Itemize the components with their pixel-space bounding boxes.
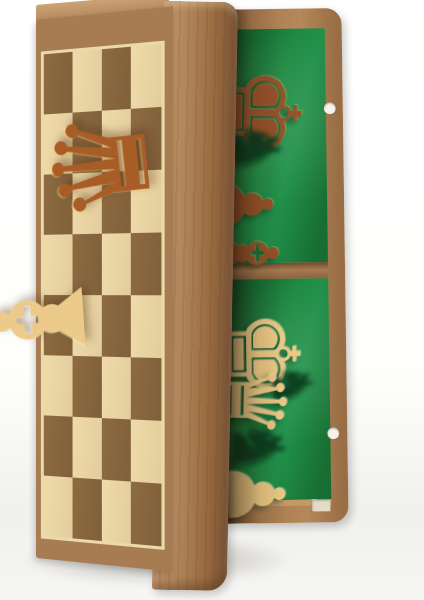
magnet-hole-2 — [327, 427, 339, 439]
latch-notch — [311, 499, 330, 511]
board-square — [101, 480, 131, 544]
board-square — [131, 419, 161, 483]
chess-set-photo: ♚♞♟♝♚♞♛♞♟ ♛♝ — [0, 0, 424, 600]
board-square — [44, 476, 72, 539]
board-square — [131, 44, 161, 109]
board-square — [72, 49, 101, 112]
board-square — [44, 52, 72, 115]
board-square — [131, 232, 161, 295]
board-square — [44, 415, 72, 477]
magnet-hole-1 — [324, 102, 336, 114]
board-square — [131, 295, 161, 358]
board-square — [101, 418, 131, 482]
board-square — [72, 478, 101, 541]
board-square — [131, 482, 161, 547]
board-square — [72, 417, 101, 480]
board-square — [101, 47, 131, 111]
board-square — [131, 357, 161, 421]
